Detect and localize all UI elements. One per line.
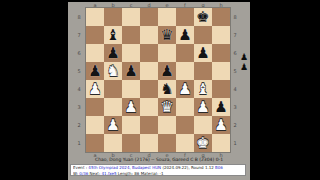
white-piece-b5: ♞: [104, 62, 122, 80]
event-label: Event :: [73, 165, 88, 170]
square-d3: [140, 98, 158, 116]
square-d4: [140, 80, 158, 98]
square-g2: [194, 116, 212, 134]
square-c8: [122, 8, 140, 26]
square-c4: [122, 80, 140, 98]
event-tail: (2024.09.22), Round 1.12: [161, 165, 215, 170]
square-h8: [212, 8, 230, 26]
square-a1: [86, 134, 104, 152]
eco-link[interactable]: B06: [215, 165, 223, 170]
square-a8: [86, 8, 104, 26]
square-g6: ♟: [194, 44, 212, 62]
square-e1: [158, 134, 176, 152]
black-piece-e7: ♛: [158, 26, 176, 44]
board-frame: abcdefgh 87654321 87654321 abcdefgh ♚♝♛♟…: [68, 2, 250, 180]
black-piece-h3: ♟: [212, 98, 230, 116]
black-piece-f7: ♟: [176, 26, 194, 44]
square-h3: ♟: [212, 98, 230, 116]
square-g7: [194, 26, 212, 44]
black-piece-b7: ♝: [104, 26, 122, 44]
white-piece-h2: ♟: [212, 116, 230, 134]
rank-label-8: 8: [231, 8, 239, 26]
square-c7: [122, 26, 140, 44]
square-f7: ♟: [176, 26, 194, 44]
rank-label-2: 2: [231, 116, 239, 134]
square-g5: [194, 62, 212, 80]
black-piece-a5: ♟: [86, 62, 104, 80]
white-piece-b2: ♟: [104, 116, 122, 134]
square-g3: ♟: [194, 98, 212, 116]
square-e8: [158, 8, 176, 26]
square-d2: [140, 116, 158, 134]
rank-label-3: 3: [75, 98, 83, 116]
square-c5: ♟: [122, 62, 140, 80]
rank-label-1: 1: [231, 134, 239, 152]
square-e2: [158, 116, 176, 134]
black-piece-e5: ♟: [158, 62, 176, 80]
square-a6: [86, 44, 104, 62]
material-tray: ♟♟: [238, 52, 250, 72]
square-a5: ♟: [86, 62, 104, 80]
event-link[interactable]: 45th Olympiad 2024, Budapest HUN: [88, 165, 161, 170]
square-h6: [212, 44, 230, 62]
square-b6: ♟: [104, 44, 122, 62]
rank-label-2: 2: [75, 116, 83, 134]
square-b8: [104, 8, 122, 26]
square-f8: [176, 8, 194, 26]
square-d1: [140, 134, 158, 152]
square-c3: ♟: [122, 98, 140, 116]
black-piece-g8: ♚: [194, 8, 212, 26]
rank-label-1: 1: [75, 134, 83, 152]
square-b4: [104, 80, 122, 98]
square-h1: [212, 134, 230, 152]
square-f5: [176, 62, 194, 80]
black-piece-b6: ♟: [104, 44, 122, 62]
game-info-box: Event : 45th Olympiad 2024, Budapest HUN…: [70, 164, 246, 176]
black-piece-g6: ♟: [194, 44, 212, 62]
square-h7: [212, 26, 230, 44]
square-f2: [176, 116, 194, 134]
square-a7: [86, 26, 104, 44]
status-line: W: 0/36 Next: 41.fxe5 Length: 86 Materia…: [73, 171, 243, 177]
square-f6: [176, 44, 194, 62]
white-piece-a4: ♟: [86, 80, 104, 98]
square-b3: [104, 98, 122, 116]
rank-label-6: 6: [75, 44, 83, 62]
white-piece-g4: ♝: [194, 80, 212, 98]
black-piece-e4: ♞: [158, 80, 176, 98]
square-a2: [86, 116, 104, 134]
rank-labels-right: 87654321: [231, 8, 239, 152]
square-b5: ♞: [104, 62, 122, 80]
square-f3: [176, 98, 194, 116]
square-e4: ♞: [158, 80, 176, 98]
material-label: Material: -1: [139, 171, 163, 176]
rank-label-5: 5: [75, 62, 83, 80]
black-pawn-icon: ♟: [240, 52, 248, 62]
rank-label-7: 7: [231, 26, 239, 44]
square-g8: ♚: [194, 8, 212, 26]
square-c1: [122, 134, 140, 152]
square-d6: [140, 44, 158, 62]
square-d7: [140, 26, 158, 44]
white-piece-e3: ♛: [158, 98, 176, 116]
rank-label-3: 3: [231, 98, 239, 116]
square-b7: ♝: [104, 26, 122, 44]
white-piece-g1: ♚: [194, 134, 212, 152]
video-frame: abcdefgh 87654321 87654321 abcdefgh ♚♝♛♟…: [0, 0, 320, 180]
square-e3: ♛: [158, 98, 176, 116]
square-e5: ♟: [158, 62, 176, 80]
square-f4: ♟: [176, 80, 194, 98]
rank-label-4: 4: [75, 80, 83, 98]
square-g1: ♚: [194, 134, 212, 152]
rank-label-8: 8: [75, 8, 83, 26]
square-e6: [158, 44, 176, 62]
rank-label-7: 7: [75, 26, 83, 44]
square-d8: [140, 8, 158, 26]
square-g4: ♝: [194, 80, 212, 98]
square-c2: [122, 116, 140, 134]
length-label: Length: 86: [117, 171, 140, 176]
square-e7: ♛: [158, 26, 176, 44]
next-label: Next:: [88, 171, 101, 176]
square-b1: [104, 134, 122, 152]
square-a3: [86, 98, 104, 116]
white-piece-c3: ♟: [122, 98, 140, 116]
white-value-link[interactable]: 0/36: [79, 171, 88, 176]
square-a4: ♟: [86, 80, 104, 98]
chess-board: ♚♝♛♟♟♟♟♞♟♟♟♞♟♝♟♛♟♟♟♟♚: [85, 7, 231, 153]
rank-label-4: 4: [231, 80, 239, 98]
black-piece-c5: ♟: [122, 62, 140, 80]
square-b2: ♟: [104, 116, 122, 134]
square-c6: [122, 44, 140, 62]
white-piece-f4: ♟: [176, 80, 194, 98]
rank-labels-left: 87654321: [75, 8, 83, 152]
players-line: Chao, Dong Yuan (2176) -- Souza, Gareed …: [68, 157, 250, 163]
next-move-link[interactable]: 41.fxe5: [102, 171, 117, 176]
square-d5: [140, 62, 158, 80]
square-f1: [176, 134, 194, 152]
white-piece-g3: ♟: [194, 98, 212, 116]
black-pawn-icon: ♟: [240, 62, 248, 72]
square-h4: [212, 80, 230, 98]
square-h2: ♟: [212, 116, 230, 134]
square-h5: [212, 62, 230, 80]
